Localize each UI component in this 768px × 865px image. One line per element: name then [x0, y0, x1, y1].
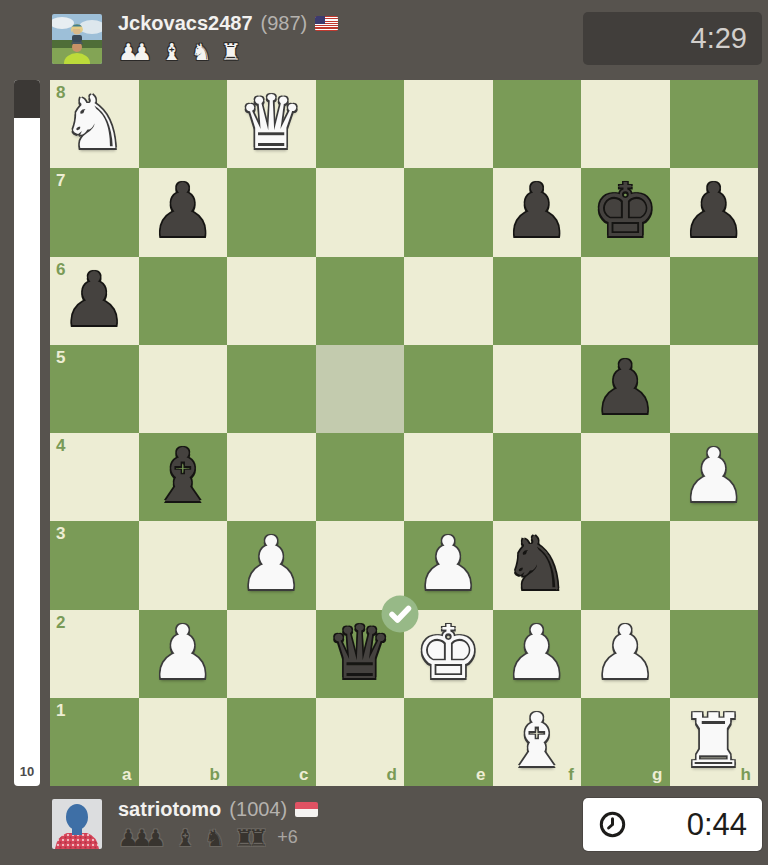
white-pawn-g2[interactable]: ♟ [592, 615, 658, 689]
square-g8[interactable] [581, 80, 670, 168]
square-b2[interactable]: ♟ [139, 610, 228, 698]
file-label-a: a [122, 765, 131, 785]
square-a3[interactable]: 3 [50, 521, 139, 609]
white-king-e2[interactable]: ♚ [415, 615, 481, 689]
black-pawn-b7[interactable]: ♟ [150, 173, 216, 247]
square-b5[interactable] [139, 345, 228, 433]
square-b8[interactable] [139, 80, 228, 168]
rank-label-2: 2 [56, 613, 65, 633]
top-player-name[interactable]: Jckovacs2487 [118, 12, 253, 35]
us-flag-icon [315, 16, 338, 31]
square-g1[interactable]: g [581, 698, 670, 786]
evaluation-bar-black-portion [14, 80, 40, 118]
square-b4[interactable]: ♝ [139, 433, 228, 521]
rank-label-3: 3 [56, 524, 65, 544]
square-c5[interactable] [227, 345, 316, 433]
file-label-b: b [210, 765, 220, 785]
file-label-e: e [476, 765, 485, 785]
square-c6[interactable] [227, 257, 316, 345]
bottom-player-bar: satriotomo (1004) ♟♟♟♝♞♜♜+6 0:44 [0, 786, 768, 865]
square-d5[interactable] [316, 345, 405, 433]
file-label-c: c [299, 765, 308, 785]
square-a8[interactable]: 8♞ [50, 80, 139, 168]
black-knight-f3[interactable]: ♞ [504, 526, 570, 600]
square-a5[interactable]: 5 [50, 345, 139, 433]
captured-piece-group: ♟♟ [118, 40, 152, 64]
square-c4[interactable] [227, 433, 316, 521]
white-pawn-c3[interactable]: ♟ [238, 526, 304, 600]
top-player-rating: (987) [261, 12, 308, 35]
file-label-g: g [652, 765, 662, 785]
black-pawn-h7[interactable]: ♟ [681, 173, 747, 247]
bottom-player-clock-active: 0:44 [583, 798, 762, 851]
square-f5[interactable] [493, 345, 582, 433]
square-c3[interactable]: ♟ [227, 521, 316, 609]
top-player-avatar[interactable] [52, 14, 102, 64]
evaluation-bar: 10 [14, 80, 40, 786]
top-player-clock: 4:29 [583, 12, 762, 65]
square-f1[interactable]: f♝ [493, 698, 582, 786]
captured-piece-group: ♜ [221, 40, 242, 64]
square-h2[interactable] [670, 610, 759, 698]
bottom-clock-time: 0:44 [687, 807, 762, 843]
bottom-captured-pieces: ♟♟♟♝♞♜♜+6 [118, 824, 318, 850]
square-g7[interactable]: ♚ [581, 168, 670, 256]
square-b1[interactable]: b [139, 698, 228, 786]
captured-piece-group: ♜♜ [234, 826, 268, 850]
white-pawn-b2[interactable]: ♟ [150, 615, 216, 689]
bottom-player-rating: (1004) [229, 798, 287, 821]
square-h7[interactable]: ♟ [670, 168, 759, 256]
captured-piece-group: ♞ [204, 826, 225, 850]
top-player-bar: Jckovacs2487 (987) ♟♟♝♞♜ 4:29 [0, 0, 768, 80]
rank-label-5: 5 [56, 348, 65, 368]
captured-piece-group: ♝ [175, 826, 196, 850]
square-g2[interactable]: ♟ [581, 610, 670, 698]
captured-piece-group: ♝ [161, 40, 182, 64]
square-h6[interactable] [670, 257, 759, 345]
square-e7[interactable] [404, 168, 493, 256]
bottom-player-name[interactable]: satriotomo [118, 798, 221, 821]
file-label-d: d [387, 765, 397, 785]
black-bishop-b4[interactable]: ♝ [150, 438, 216, 512]
clock-icon [599, 811, 626, 838]
square-h5[interactable] [670, 345, 759, 433]
white-pawn-h4[interactable]: ♟ [681, 438, 747, 512]
square-h4[interactable]: ♟ [670, 433, 759, 521]
black-pawn-f7[interactable]: ♟ [504, 173, 570, 247]
square-e6[interactable] [404, 257, 493, 345]
square-e1[interactable]: e [404, 698, 493, 786]
square-g6[interactable] [581, 257, 670, 345]
square-g4[interactable] [581, 433, 670, 521]
square-e5[interactable] [404, 345, 493, 433]
move-confirmed-check-icon [381, 595, 419, 633]
captured-piece-group: ♟♟♟ [118, 826, 166, 850]
square-d6[interactable] [316, 257, 405, 345]
indonesia-flag-icon [295, 802, 318, 817]
black-pawn-g5[interactable]: ♟ [592, 350, 658, 424]
top-captured-pieces: ♟♟♝♞♜ [118, 38, 338, 64]
square-d8[interactable] [316, 80, 405, 168]
square-h3[interactable] [670, 521, 759, 609]
square-a7[interactable]: 7 [50, 168, 139, 256]
square-b3[interactable] [139, 521, 228, 609]
material-advantage: +6 [277, 827, 298, 850]
square-e4[interactable] [404, 433, 493, 521]
evaluation-value: 10 [14, 764, 40, 779]
square-d4[interactable] [316, 433, 405, 521]
rank-label-4: 4 [56, 436, 65, 456]
rank-label-7: 7 [56, 171, 65, 191]
white-pawn-f2[interactable]: ♟ [504, 615, 570, 689]
square-e8[interactable] [404, 80, 493, 168]
square-a4[interactable]: 4 [50, 433, 139, 521]
captured-piece-group: ♞ [191, 40, 212, 64]
square-b7[interactable]: ♟ [139, 168, 228, 256]
square-c1[interactable]: c [227, 698, 316, 786]
square-h1[interactable]: h♜ [670, 698, 759, 786]
square-b6[interactable] [139, 257, 228, 345]
white-pawn-e3[interactable]: ♟ [415, 526, 481, 600]
square-c8[interactable]: ♛ [227, 80, 316, 168]
square-a1[interactable]: 1a [50, 698, 139, 786]
black-pawn-a6[interactable]: ♟ [61, 262, 127, 336]
square-f6[interactable] [493, 257, 582, 345]
square-c7[interactable] [227, 168, 316, 256]
square-d1[interactable]: d [316, 698, 405, 786]
square-h8[interactable] [670, 80, 759, 168]
square-f4[interactable] [493, 433, 582, 521]
avatar-silhouette [52, 799, 102, 849]
square-f7[interactable]: ♟ [493, 168, 582, 256]
top-clock-time: 4:29 [691, 22, 762, 55]
square-f8[interactable] [493, 80, 582, 168]
square-a6[interactable]: 6♟ [50, 257, 139, 345]
white-queen-c8[interactable]: ♛ [238, 85, 304, 159]
square-g5[interactable]: ♟ [581, 345, 670, 433]
square-f2[interactable]: ♟ [493, 610, 582, 698]
square-a2[interactable]: 2 [50, 610, 139, 698]
square-f3[interactable]: ♞ [493, 521, 582, 609]
square-g3[interactable] [581, 521, 670, 609]
avatar-photo [52, 14, 102, 64]
chess-board[interactable]: 8♞♛7♟♟♚♟6♟5♟4♝♟3♟♟♞2♟♛♚♟♟1abcdef♝gh♜ [50, 80, 758, 786]
square-c2[interactable] [227, 610, 316, 698]
black-king-g7[interactable]: ♚ [592, 173, 658, 247]
bottom-player-avatar[interactable] [52, 799, 102, 849]
white-bishop-f1[interactable]: ♝ [504, 703, 570, 777]
white-rook-h1[interactable]: ♜ [681, 703, 747, 777]
white-knight-a8[interactable]: ♞ [61, 85, 127, 159]
rank-label-1: 1 [56, 701, 65, 721]
square-d7[interactable] [316, 168, 405, 256]
